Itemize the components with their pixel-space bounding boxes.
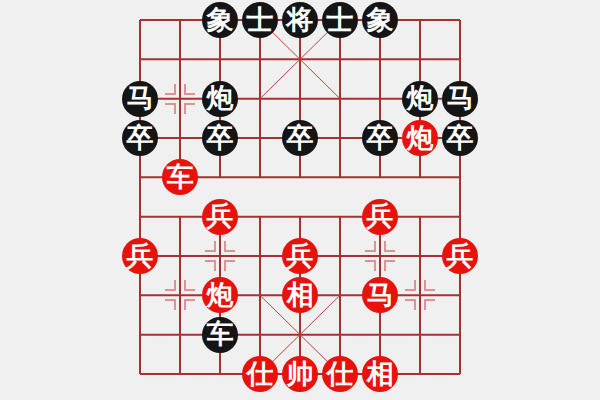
- star-corner-bl: [205, 260, 216, 271]
- star-point: [160, 79, 200, 118]
- point-d10: 士: [240, 0, 280, 39]
- xiangqi-board-screen: 象士将士象马炮炮马卒卒卒卒炮卒车兵兵兵兵兵炮相马车仕帅仕相: [0, 0, 600, 400]
- piece-black-cannon[interactable]: 炮: [402, 81, 438, 117]
- piece-red-horse[interactable]: 马: [362, 277, 398, 313]
- star-point: [400, 276, 440, 315]
- star-corner-br: [424, 299, 435, 310]
- piece-black-king[interactable]: 将: [282, 2, 318, 38]
- piece-black-advisor[interactable]: 士: [242, 2, 278, 38]
- point-e1: 帅: [280, 354, 320, 393]
- star-corner-tr: [184, 280, 195, 291]
- star-corner-bl: [165, 103, 176, 114]
- piece-black-horse[interactable]: 马: [122, 81, 158, 117]
- piece-red-chariot[interactable]: 车: [162, 159, 198, 195]
- point-g3: 马: [360, 276, 400, 315]
- piece-red-elephant[interactable]: 相: [282, 277, 318, 313]
- star-corner-tl: [365, 241, 376, 252]
- point-c3: 炮: [200, 276, 240, 315]
- point-f1: 仕: [320, 354, 360, 393]
- point-b6: 车: [160, 158, 200, 197]
- star-point-marks: [160, 276, 200, 315]
- point-i8: 马: [440, 79, 480, 118]
- star-corner-br: [224, 260, 235, 271]
- piece-red-pawn[interactable]: 兵: [202, 199, 238, 235]
- star-corner-bl: [165, 299, 176, 310]
- point-f10: 士: [320, 0, 360, 39]
- piece-black-cannon[interactable]: 炮: [202, 81, 238, 117]
- point-c10: 象: [200, 0, 240, 39]
- board: 象士将士象马炮炮马卒卒卒卒炮卒车兵兵兵兵兵炮相马车仕帅仕相: [120, 0, 480, 393]
- star-point: [360, 236, 400, 275]
- star-corner-tl: [165, 280, 176, 291]
- piece-black-pawn[interactable]: 卒: [122, 120, 158, 156]
- point-g10: 象: [360, 0, 400, 39]
- piece-black-pawn[interactable]: 卒: [362, 120, 398, 156]
- piece-red-king[interactable]: 帅: [282, 356, 318, 392]
- star-corner-tr: [224, 241, 235, 252]
- point-e10: 将: [280, 0, 320, 39]
- point-e3: 相: [280, 276, 320, 315]
- piece-red-advisor[interactable]: 仕: [322, 356, 358, 392]
- piece-red-pawn[interactable]: 兵: [442, 238, 478, 274]
- star-corner-br: [184, 103, 195, 114]
- piece-red-cannon[interactable]: 炮: [402, 120, 438, 156]
- star-corner-bl: [405, 299, 416, 310]
- star-point-marks: [360, 236, 400, 275]
- star-point-marks: [160, 79, 200, 118]
- star-corner-br: [184, 299, 195, 310]
- star-corner-tr: [384, 241, 395, 252]
- star-corner-bl: [365, 260, 376, 271]
- star-corner-tl: [205, 241, 216, 252]
- point-a8: 马: [120, 79, 160, 118]
- point-d1: 仕: [240, 354, 280, 393]
- star-corner-tr: [424, 280, 435, 291]
- point-c5: 兵: [200, 197, 240, 236]
- point-c2: 车: [200, 315, 240, 354]
- piece-red-cannon[interactable]: 炮: [202, 277, 238, 313]
- point-c8: 炮: [200, 79, 240, 118]
- piece-black-elephant[interactable]: 象: [202, 2, 238, 38]
- piece-red-pawn[interactable]: 兵: [282, 238, 318, 274]
- point-g5: 兵: [360, 197, 400, 236]
- star-point-marks: [400, 276, 440, 315]
- piece-red-pawn[interactable]: 兵: [362, 199, 398, 235]
- star-corner-br: [384, 260, 395, 271]
- piece-red-elephant[interactable]: 相: [362, 356, 398, 392]
- star-point: [200, 236, 240, 275]
- piece-black-pawn[interactable]: 卒: [442, 120, 478, 156]
- piece-black-pawn[interactable]: 卒: [282, 120, 318, 156]
- star-corner-tl: [405, 280, 416, 291]
- piece-black-horse[interactable]: 马: [442, 81, 478, 117]
- piece-red-pawn[interactable]: 兵: [122, 238, 158, 274]
- piece-red-advisor[interactable]: 仕: [242, 356, 278, 392]
- point-g1: 相: [360, 354, 400, 393]
- piece-black-advisor[interactable]: 士: [322, 2, 358, 38]
- star-point-marks: [200, 236, 240, 275]
- star-point: [160, 276, 200, 315]
- piece-black-pawn[interactable]: 卒: [202, 120, 238, 156]
- point-h7: 炮: [400, 118, 440, 157]
- star-corner-tl: [165, 84, 176, 95]
- star-corner-tr: [184, 84, 195, 95]
- piece-black-elephant[interactable]: 象: [362, 2, 398, 38]
- piece-black-chariot[interactable]: 车: [202, 317, 238, 353]
